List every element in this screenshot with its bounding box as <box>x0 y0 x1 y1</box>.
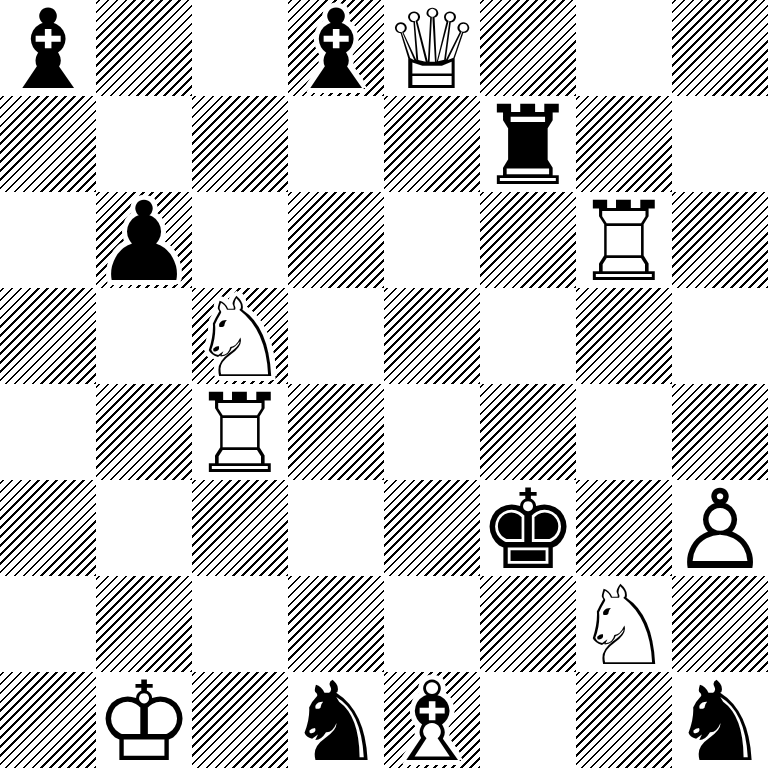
square-g2[interactable]: ♞♘ <box>576 576 672 672</box>
square-f2[interactable] <box>480 576 576 672</box>
square-h5[interactable] <box>672 288 768 384</box>
square-a1[interactable] <box>0 672 96 768</box>
piece-black-rook-f7: ♜♜ <box>480 96 576 192</box>
piece-white-knight-g2: ♞♘ <box>576 576 672 672</box>
square-c3[interactable] <box>192 480 288 576</box>
square-b8[interactable] <box>96 0 192 96</box>
black-king-icon: ♚ <box>480 482 576 578</box>
white-bishop-icon: ♗ <box>384 674 480 768</box>
square-g1[interactable] <box>576 672 672 768</box>
chess-board: ♝♝♝♝♛♕♜♜♟♟♜♖♞♘♜♖♚♚♟♙♞♘♚♔♞♞♝♗♞♞ <box>0 0 768 768</box>
square-b1[interactable]: ♚♔ <box>96 672 192 768</box>
white-rook-icon: ♖ <box>576 194 672 290</box>
square-f6[interactable] <box>480 192 576 288</box>
piece-white-rook-c4: ♜♖ <box>192 384 288 480</box>
square-c7[interactable] <box>192 96 288 192</box>
black-rook-icon: ♜ <box>480 98 576 194</box>
piece-white-rook-g6: ♜♖ <box>576 192 672 288</box>
square-c2[interactable] <box>192 576 288 672</box>
piece-black-knight-h1: ♞♞ <box>672 672 768 768</box>
square-h8[interactable] <box>672 0 768 96</box>
square-a3[interactable] <box>0 480 96 576</box>
square-e8[interactable]: ♛♕ <box>384 0 480 96</box>
square-a5[interactable] <box>0 288 96 384</box>
piece-white-queen-e8: ♛♕ <box>384 0 480 96</box>
square-a6[interactable] <box>0 192 96 288</box>
square-b3[interactable] <box>96 480 192 576</box>
square-c8[interactable] <box>192 0 288 96</box>
square-d5[interactable] <box>288 288 384 384</box>
square-f7[interactable]: ♜♜ <box>480 96 576 192</box>
black-pawn-icon: ♟ <box>96 194 192 290</box>
piece-white-pawn-h3: ♟♙ <box>672 480 768 576</box>
square-d8[interactable]: ♝♝ <box>288 0 384 96</box>
black-knight-icon: ♞ <box>288 674 384 768</box>
square-b4[interactable] <box>96 384 192 480</box>
black-bishop-icon: ♝ <box>288 2 384 98</box>
square-c1[interactable] <box>192 672 288 768</box>
square-h3[interactable]: ♟♙ <box>672 480 768 576</box>
white-rook-icon: ♖ <box>192 386 288 482</box>
square-e6[interactable] <box>384 192 480 288</box>
square-d4[interactable] <box>288 384 384 480</box>
square-d7[interactable] <box>288 96 384 192</box>
square-a8[interactable]: ♝♝ <box>0 0 96 96</box>
piece-white-bishop-e1: ♝♗ <box>384 672 480 768</box>
square-d3[interactable] <box>288 480 384 576</box>
black-bishop-icon: ♝ <box>0 2 96 98</box>
black-knight-icon: ♞ <box>672 674 768 768</box>
square-c4[interactable]: ♜♖ <box>192 384 288 480</box>
square-e1[interactable]: ♝♗ <box>384 672 480 768</box>
square-e5[interactable] <box>384 288 480 384</box>
square-h7[interactable] <box>672 96 768 192</box>
square-d6[interactable] <box>288 192 384 288</box>
square-g6[interactable]: ♜♖ <box>576 192 672 288</box>
white-pawn-icon: ♙ <box>672 482 768 578</box>
piece-black-bishop-d8: ♝♝ <box>288 0 384 96</box>
square-g5[interactable] <box>576 288 672 384</box>
white-king-icon: ♔ <box>96 674 192 768</box>
square-f1[interactable] <box>480 672 576 768</box>
piece-black-pawn-b6: ♟♟ <box>96 192 192 288</box>
square-b6[interactable]: ♟♟ <box>96 192 192 288</box>
piece-white-king-b1: ♚♔ <box>96 672 192 768</box>
square-a2[interactable] <box>0 576 96 672</box>
square-g8[interactable] <box>576 0 672 96</box>
square-h1[interactable]: ♞♞ <box>672 672 768 768</box>
piece-black-bishop-a8: ♝♝ <box>0 0 96 96</box>
square-e3[interactable] <box>384 480 480 576</box>
square-a4[interactable] <box>0 384 96 480</box>
square-f5[interactable] <box>480 288 576 384</box>
square-f3[interactable]: ♚♚ <box>480 480 576 576</box>
square-h6[interactable] <box>672 192 768 288</box>
square-e7[interactable] <box>384 96 480 192</box>
piece-black-knight-d1: ♞♞ <box>288 672 384 768</box>
square-b5[interactable] <box>96 288 192 384</box>
white-queen-icon: ♕ <box>384 2 480 98</box>
square-g4[interactable] <box>576 384 672 480</box>
piece-black-king-f3: ♚♚ <box>480 480 576 576</box>
square-e4[interactable] <box>384 384 480 480</box>
white-knight-icon: ♘ <box>576 578 672 674</box>
square-d1[interactable]: ♞♞ <box>288 672 384 768</box>
square-a7[interactable] <box>0 96 96 192</box>
